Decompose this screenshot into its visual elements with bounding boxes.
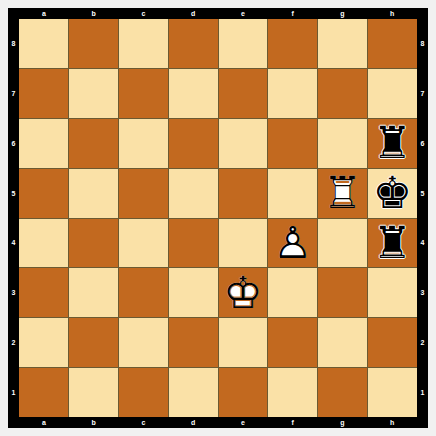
square-e6[interactable] bbox=[219, 119, 268, 168]
file-label-g: g bbox=[318, 8, 368, 19]
square-b1[interactable] bbox=[69, 368, 118, 417]
file-label-e: e bbox=[218, 417, 268, 428]
rank-labels-right: 87654321 bbox=[417, 19, 428, 417]
square-c2[interactable] bbox=[119, 318, 168, 367]
square-f8[interactable] bbox=[268, 19, 317, 68]
rank-label-5: 5 bbox=[417, 168, 428, 218]
file-labels-top: abcdefgh bbox=[19, 8, 417, 19]
rank-label-2: 2 bbox=[8, 318, 19, 368]
square-h3[interactable] bbox=[368, 268, 417, 317]
piece-white-rook[interactable]: ♜♖ bbox=[318, 169, 367, 218]
rank-label-2: 2 bbox=[417, 318, 428, 368]
square-b2[interactable] bbox=[69, 318, 118, 367]
square-d5[interactable] bbox=[169, 169, 218, 218]
square-g5[interactable]: ♜♖ bbox=[318, 169, 367, 218]
piece-white-king[interactable]: ♚♔ bbox=[219, 268, 268, 317]
rank-label-7: 7 bbox=[417, 69, 428, 119]
square-f4[interactable]: ♟♙ bbox=[268, 219, 317, 268]
square-a3[interactable] bbox=[19, 268, 68, 317]
square-g8[interactable] bbox=[318, 19, 367, 68]
square-b4[interactable] bbox=[69, 219, 118, 268]
square-g3[interactable] bbox=[318, 268, 367, 317]
piece-black-rook[interactable]: ♜ bbox=[368, 219, 417, 268]
square-g2[interactable] bbox=[318, 318, 367, 367]
square-b6[interactable] bbox=[69, 119, 118, 168]
rank-label-4: 4 bbox=[8, 218, 19, 268]
square-d4[interactable] bbox=[169, 219, 218, 268]
square-d2[interactable] bbox=[169, 318, 218, 367]
square-a4[interactable] bbox=[19, 219, 68, 268]
file-label-a: a bbox=[19, 417, 69, 428]
square-d6[interactable] bbox=[169, 119, 218, 168]
square-h6[interactable]: ♜ bbox=[368, 119, 417, 168]
rank-label-1: 1 bbox=[417, 367, 428, 417]
square-g1[interactable] bbox=[318, 368, 367, 417]
file-label-d: d bbox=[168, 8, 218, 19]
square-a2[interactable] bbox=[19, 318, 68, 367]
square-d8[interactable] bbox=[169, 19, 218, 68]
square-e3[interactable]: ♚♔ bbox=[219, 268, 268, 317]
file-label-h: h bbox=[367, 417, 417, 428]
square-e8[interactable] bbox=[219, 19, 268, 68]
square-e1[interactable] bbox=[219, 368, 268, 417]
square-f2[interactable] bbox=[268, 318, 317, 367]
piece-white-pawn[interactable]: ♟♙ bbox=[268, 219, 317, 268]
file-label-b: b bbox=[69, 8, 119, 19]
file-label-b: b bbox=[69, 417, 119, 428]
white-king-outline: ♔ bbox=[219, 268, 268, 317]
square-g6[interactable] bbox=[318, 119, 367, 168]
file-label-c: c bbox=[119, 417, 169, 428]
square-a5[interactable] bbox=[19, 169, 68, 218]
square-c6[interactable] bbox=[119, 119, 168, 168]
square-d1[interactable] bbox=[169, 368, 218, 417]
piece-black-king[interactable]: ♚ bbox=[368, 169, 417, 218]
square-d7[interactable] bbox=[169, 69, 218, 118]
rank-label-7: 7 bbox=[8, 69, 19, 119]
square-h2[interactable] bbox=[368, 318, 417, 367]
file-label-g: g bbox=[318, 417, 368, 428]
rank-label-5: 5 bbox=[8, 168, 19, 218]
square-b5[interactable] bbox=[69, 169, 118, 218]
square-a1[interactable] bbox=[19, 368, 68, 417]
square-f6[interactable] bbox=[268, 119, 317, 168]
file-label-c: c bbox=[119, 8, 169, 19]
square-c3[interactable] bbox=[119, 268, 168, 317]
square-g7[interactable] bbox=[318, 69, 367, 118]
square-e4[interactable] bbox=[219, 219, 268, 268]
piece-black-rook[interactable]: ♜ bbox=[368, 119, 417, 168]
square-f3[interactable] bbox=[268, 268, 317, 317]
square-a7[interactable] bbox=[19, 69, 68, 118]
square-h4[interactable]: ♜ bbox=[368, 219, 417, 268]
file-label-d: d bbox=[168, 417, 218, 428]
rank-label-4: 4 bbox=[417, 218, 428, 268]
square-g4[interactable] bbox=[318, 219, 367, 268]
rank-label-8: 8 bbox=[417, 19, 428, 69]
square-f7[interactable] bbox=[268, 69, 317, 118]
rank-label-6: 6 bbox=[417, 119, 428, 169]
squares-grid: ♜♜♖♚♟♙♜♚♔ bbox=[19, 19, 417, 417]
square-f5[interactable] bbox=[268, 169, 317, 218]
rank-label-3: 3 bbox=[417, 268, 428, 318]
square-d3[interactable] bbox=[169, 268, 218, 317]
black-king-glyph: ♚ bbox=[368, 169, 417, 218]
square-b3[interactable] bbox=[69, 268, 118, 317]
white-rook-outline: ♖ bbox=[318, 169, 367, 218]
file-label-a: a bbox=[19, 8, 69, 19]
file-label-e: e bbox=[218, 8, 268, 19]
square-e7[interactable] bbox=[219, 69, 268, 118]
file-label-f: f bbox=[268, 417, 318, 428]
square-e5[interactable] bbox=[219, 169, 268, 218]
rank-labels-left: 87654321 bbox=[8, 19, 19, 417]
rank-label-8: 8 bbox=[8, 19, 19, 69]
rank-label-1: 1 bbox=[8, 367, 19, 417]
square-c5[interactable] bbox=[119, 169, 168, 218]
square-h1[interactable] bbox=[368, 368, 417, 417]
square-b7[interactable] bbox=[69, 69, 118, 118]
chess-board: abcdefgh abcdefgh 87654321 87654321 ♜♜♖♚… bbox=[8, 8, 428, 428]
square-c7[interactable] bbox=[119, 69, 168, 118]
square-e2[interactable] bbox=[219, 318, 268, 367]
white-pawn-outline: ♙ bbox=[268, 219, 317, 268]
black-rook-glyph: ♜ bbox=[368, 119, 417, 168]
black-rook-glyph: ♜ bbox=[368, 219, 417, 268]
square-b8[interactable] bbox=[69, 19, 118, 68]
square-a6[interactable] bbox=[19, 119, 68, 168]
square-c8[interactable] bbox=[119, 19, 168, 68]
square-a8[interactable] bbox=[19, 19, 68, 68]
square-h7[interactable] bbox=[368, 69, 417, 118]
square-c4[interactable] bbox=[119, 219, 168, 268]
square-h8[interactable] bbox=[368, 19, 417, 68]
rank-label-6: 6 bbox=[8, 119, 19, 169]
square-c1[interactable] bbox=[119, 368, 168, 417]
square-f1[interactable] bbox=[268, 368, 317, 417]
file-label-f: f bbox=[268, 8, 318, 19]
file-label-h: h bbox=[367, 8, 417, 19]
square-h5[interactable]: ♚ bbox=[368, 169, 417, 218]
rank-label-3: 3 bbox=[8, 268, 19, 318]
file-labels-bottom: abcdefgh bbox=[19, 417, 417, 428]
